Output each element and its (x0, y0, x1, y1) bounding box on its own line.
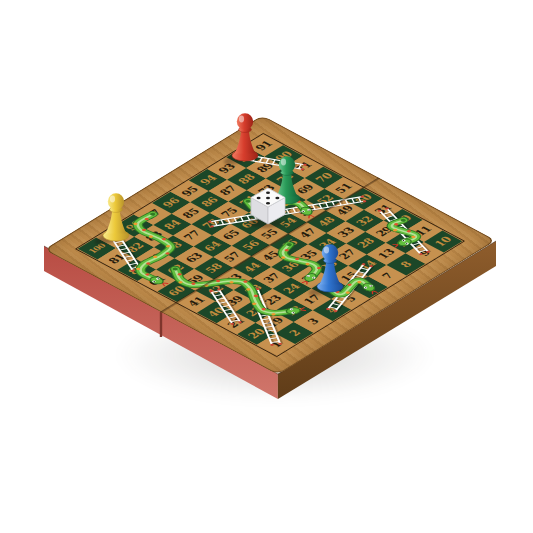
snake-head (300, 272, 318, 284)
ladder-80-99 (91, 233, 162, 273)
snake-74-53 (242, 185, 322, 230)
snake-head (285, 306, 306, 315)
snake-head (392, 238, 414, 249)
snake-head (361, 282, 380, 294)
snake-46-25 (260, 243, 337, 286)
ladder-71-92 (239, 142, 310, 182)
snake-97-61 (91, 212, 223, 288)
ladder-1-38 (210, 286, 320, 348)
product-photo-stage: 1009998979695949392918182838485868788899… (0, 0, 533, 533)
